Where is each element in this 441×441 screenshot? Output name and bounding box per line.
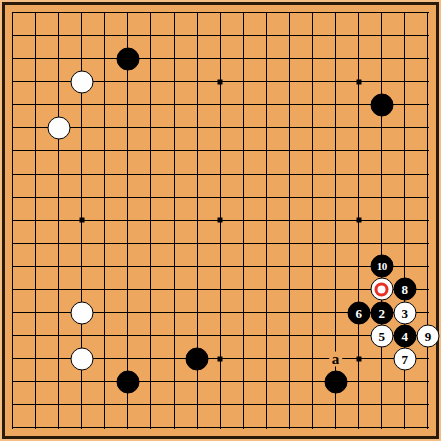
white-stone-move-5: 5 — [370, 324, 393, 347]
white-stone-marked — [370, 278, 393, 301]
move-number: 5 — [379, 330, 386, 343]
black-stone-move-10: 10 — [370, 255, 393, 278]
red-circle-marker — [375, 282, 389, 296]
star-point — [356, 218, 361, 223]
white-stone-move-9: 9 — [416, 324, 439, 347]
black-stone — [116, 47, 139, 70]
white-stone-move-3: 3 — [393, 301, 416, 324]
star-point — [79, 218, 84, 223]
move-number: 9 — [425, 330, 432, 343]
black-stone — [186, 347, 209, 370]
black-stone-move-6: 6 — [347, 301, 370, 324]
black-stone — [324, 370, 347, 393]
move-number: 10 — [377, 261, 387, 272]
black-stone — [370, 93, 393, 116]
black-stone-move-4: 4 — [393, 324, 416, 347]
black-stone — [116, 370, 139, 393]
black-stone-move-2: 2 — [370, 301, 393, 324]
point-label-a: a — [329, 351, 343, 366]
star-point — [218, 79, 223, 84]
white-stone — [70, 347, 93, 370]
star-point — [218, 218, 223, 223]
star-point — [356, 356, 361, 361]
white-stone — [70, 301, 93, 324]
move-number: 8 — [402, 283, 409, 296]
move-number: 3 — [402, 307, 409, 320]
move-number: 7 — [402, 353, 409, 366]
white-stone — [70, 70, 93, 93]
star-point — [356, 79, 361, 84]
move-number: 4 — [402, 330, 409, 343]
black-stone-move-8: 8 — [393, 278, 416, 301]
white-stone — [47, 116, 70, 139]
star-point — [218, 356, 223, 361]
go-board: 1086235497 a — [0, 0, 441, 441]
white-stone-move-7: 7 — [393, 347, 416, 370]
move-number: 6 — [355, 307, 362, 320]
move-number: 2 — [379, 307, 386, 320]
